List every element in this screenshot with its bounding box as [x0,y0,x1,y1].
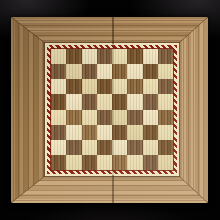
square-f7[interactable] [127,64,142,79]
square-f2[interactable] [127,140,142,155]
dogtooth-ribbon [47,45,177,174]
square-c1[interactable] [82,155,97,170]
square-d3[interactable] [97,125,112,140]
square-a3[interactable] [51,125,66,140]
square-c4[interactable] [82,110,97,125]
square-a2[interactable] [51,140,66,155]
square-b5[interactable] [66,94,81,109]
chessboard [11,17,208,203]
square-e4[interactable] [112,110,127,125]
square-d4[interactable] [97,110,112,125]
square-f5[interactable] [127,94,142,109]
square-e1[interactable] [112,155,127,170]
square-d7[interactable] [97,64,112,79]
square-g5[interactable] [143,94,158,109]
square-g8[interactable] [143,49,158,64]
square-h4[interactable] [158,110,173,125]
square-f8[interactable] [127,49,142,64]
square-c7[interactable] [82,64,97,79]
square-h5[interactable] [158,94,173,109]
square-a4[interactable] [51,110,66,125]
square-b4[interactable] [66,110,81,125]
square-g3[interactable] [143,125,158,140]
square-c5[interactable] [82,94,97,109]
square-h3[interactable] [158,125,173,140]
square-c2[interactable] [82,140,97,155]
square-d8[interactable] [97,49,112,64]
square-c8[interactable] [82,49,97,64]
square-d6[interactable] [97,79,112,94]
square-b1[interactable] [66,155,81,170]
square-d5[interactable] [97,94,112,109]
square-g7[interactable] [143,64,158,79]
square-d2[interactable] [97,140,112,155]
square-e7[interactable] [112,64,127,79]
square-f3[interactable] [127,125,142,140]
square-e6[interactable] [112,79,127,94]
square-h6[interactable] [158,79,173,94]
square-g4[interactable] [143,110,158,125]
square-a1[interactable] [51,155,66,170]
photo-background [0,0,220,220]
square-b7[interactable] [66,64,81,79]
square-h1[interactable] [158,155,173,170]
square-h7[interactable] [158,64,173,79]
square-h8[interactable] [158,49,173,64]
square-e2[interactable] [112,140,127,155]
square-a8[interactable] [51,49,66,64]
square-f6[interactable] [127,79,142,94]
square-e8[interactable] [112,49,127,64]
square-c3[interactable] [82,125,97,140]
square-b3[interactable] [66,125,81,140]
square-e3[interactable] [112,125,127,140]
board-grid [51,49,173,170]
square-a5[interactable] [51,94,66,109]
square-f1[interactable] [127,155,142,170]
square-g6[interactable] [143,79,158,94]
square-a6[interactable] [51,79,66,94]
square-h2[interactable] [158,140,173,155]
square-e5[interactable] [112,94,127,109]
square-d1[interactable] [97,155,112,170]
square-c6[interactable] [82,79,97,94]
square-g1[interactable] [143,155,158,170]
square-b8[interactable] [66,49,81,64]
square-f4[interactable] [127,110,142,125]
square-b2[interactable] [66,140,81,155]
square-b6[interactable] [66,79,81,94]
square-g2[interactable] [143,140,158,155]
inlay-border [45,43,179,176]
square-a7[interactable] [51,64,66,79]
